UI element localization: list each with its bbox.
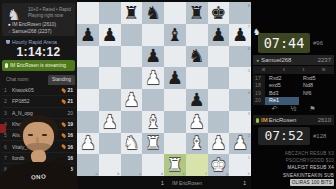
square-h3[interactable]: 3 — [229, 111, 251, 133]
game-status-label: Playing right now — [28, 13, 71, 19]
white-move[interactable]: Re1 — [265, 97, 299, 104]
player-title: IM — [261, 117, 268, 123]
move-number: 20 — [253, 97, 265, 104]
coordinate-label: 2 — [248, 133, 250, 138]
black-king-g8[interactable]: ♚ — [208, 2, 230, 24]
player-tournament-rank: #128 — [313, 133, 326, 139]
sidebar-tabs: Chat room Standing — [2, 75, 75, 85]
square-d2[interactable]: ♜ — [142, 133, 164, 155]
next-move-button[interactable]: › — [302, 66, 304, 74]
square-e1[interactable]: ♜e — [164, 154, 186, 176]
webcam-streamer: ONO — [0, 110, 78, 189]
game-info-box: ♞ 10+0 • Rated • Rapid Playing right now… — [2, 3, 75, 36]
white-pawn-g2[interactable]: ♟ — [208, 133, 230, 155]
footer-score-right: 1 — [243, 180, 246, 186]
player-row[interactable]: IMEricRosen 2610 — [253, 115, 334, 125]
square-g5[interactable] — [208, 67, 230, 89]
square-a1[interactable]: a — [77, 154, 99, 176]
draw-offer-icon[interactable]: ½ — [290, 105, 296, 113]
move-navigation: « ‹ › » — [253, 66, 334, 74]
square-d1[interactable]: d — [142, 154, 164, 176]
square-g4[interactable] — [208, 89, 230, 111]
square-a2[interactable]: ♟ — [77, 133, 99, 155]
white-pawn-a2[interactable]: ♟ — [77, 133, 99, 155]
square-h6[interactable]: 6 — [229, 46, 251, 68]
square-b7[interactable]: ♟ — [99, 24, 121, 46]
square-c7[interactable] — [121, 24, 143, 46]
square-a4[interactable] — [77, 89, 99, 111]
ticker-line: SNEAKINTEAKIN SUB — [252, 172, 334, 179]
sub-ticker: ABCZACH RESUB X3PSOCHRYGODD $10MALFIST R… — [252, 150, 334, 186]
trophy-icon — [6, 40, 10, 44]
square-c2[interactable]: ♞ — [121, 133, 143, 155]
black-move[interactable] — [299, 97, 333, 104]
streaming-banner[interactable]: IM EricRosen is streaming — [2, 60, 75, 71]
square-c5[interactable] — [121, 67, 143, 89]
coordinate-label: 1 — [248, 155, 250, 160]
first-move-button[interactable]: « — [262, 66, 266, 74]
square-f7[interactable] — [186, 24, 208, 46]
shirt-text: ONO — [31, 173, 47, 180]
coordinate-label: b — [117, 171, 119, 176]
black-pawn-d6[interactable]: ♟ — [142, 46, 164, 68]
white-bishop-d3[interactable]: ♝ — [142, 111, 164, 133]
white-pawn-f3[interactable]: ♟ — [186, 111, 208, 133]
square-a7[interactable]: ♟ — [77, 24, 99, 46]
game-actions: ↶ ½ ⚑ — [253, 105, 334, 113]
ticker-line: ABCZACH RESUB X3 — [252, 150, 334, 157]
square-c1[interactable]: c — [121, 154, 143, 176]
square-a6[interactable] — [77, 46, 99, 68]
standings-row[interactable]: 2FP085221 — [2, 96, 75, 107]
square-h2[interactable]: ♟2 — [229, 133, 251, 155]
white-rook-d2[interactable]: ♜ — [142, 133, 164, 155]
square-f6[interactable]: ♞ — [186, 46, 208, 68]
microphone-icon — [5, 63, 8, 68]
tournament-link[interactable]: Hourly Rapid Arena — [6, 39, 57, 45]
coordinate-label: f — [205, 171, 206, 176]
black-move[interactable]: Rxd5 — [299, 75, 333, 82]
square-e6[interactable] — [164, 46, 186, 68]
opponent-clock: 07:44 — [258, 33, 310, 53]
standings-row[interactable]: 1Kiwook0521 — [2, 85, 75, 96]
coordinate-label: c — [139, 171, 141, 176]
knight-icon: ♞ — [7, 7, 20, 23]
square-h4[interactable]: 4 — [229, 89, 251, 111]
tab-standing[interactable]: Standing — [48, 75, 75, 85]
coordinate-label: e — [183, 171, 185, 176]
square-c4[interactable]: ♟ — [121, 89, 143, 111]
square-g3[interactable] — [208, 111, 230, 133]
coordinate-label: 4 — [248, 90, 250, 95]
standings-player-name[interactable]: FP0852 — [12, 98, 62, 104]
square-b3[interactable]: ♟ — [99, 111, 121, 133]
footer-player-name: IM EricRosen — [172, 180, 202, 186]
takeback-icon[interactable]: ↶ — [272, 105, 278, 113]
coordinate-label: a — [96, 171, 98, 176]
resign-flag-icon[interactable]: ⚑ — [309, 105, 315, 113]
chess-board[interactable]: ♜♞♜♚8♟♟♝♟♟7♟♞6♟♟5♟♟4♟♝♟3♟♞♜♝♟♟2abcd♜ef♚g… — [77, 2, 251, 176]
game-panel: ♞ 07:44 #96 ●Samuel268 2237 « ‹ › » 17Rx… — [251, 0, 336, 189]
black-rook-c8[interactable]: ♜ — [121, 2, 143, 24]
square-e5[interactable]: ♟ — [164, 67, 186, 89]
black-pawn-g7[interactable]: ♟ — [208, 24, 230, 46]
white-move[interactable]: exd5 — [265, 82, 299, 89]
move-number: 18 — [253, 82, 265, 89]
black-move[interactable]: Nd8 — [299, 82, 333, 89]
square-f5[interactable] — [186, 67, 208, 89]
standings-rank: 2 — [2, 98, 12, 104]
square-e8[interactable] — [164, 2, 186, 24]
white-move[interactable]: Bd3 — [265, 90, 299, 97]
square-b6[interactable] — [99, 46, 121, 68]
square-c8[interactable]: ♜ — [121, 2, 143, 24]
square-f2[interactable]: ♝ — [186, 133, 208, 155]
coordinate-label: 7 — [248, 24, 250, 29]
opponent-tournament-rank: #96 — [313, 40, 323, 46]
square-b8[interactable] — [99, 2, 121, 24]
stream-screenshot: ♞ 10+0 • Rated • Rapid Playing right now… — [0, 0, 336, 189]
coordinate-label: 6 — [248, 46, 250, 51]
square-c3[interactable] — [121, 111, 143, 133]
white-move[interactable]: Rxd2 — [265, 75, 299, 82]
square-d8[interactable]: ♞ — [142, 2, 164, 24]
game-meta: 10+0 • Rated • Rapid Playing right now — [28, 7, 71, 20]
standings-rank: 1 — [2, 87, 12, 93]
square-a3[interactable] — [77, 111, 99, 133]
square-g1[interactable]: ♚g — [208, 154, 230, 176]
black-rook-f8[interactable]: ♜ — [186, 2, 208, 24]
square-f3[interactable]: ♟ — [186, 111, 208, 133]
move-row: 18exd5Nd8 — [253, 82, 334, 89]
white-pawn-b3[interactable]: ♟ — [99, 111, 121, 133]
ticker-line: MALFIST RESUB X4 — [252, 164, 334, 171]
square-a5[interactable] — [77, 67, 99, 89]
move-row: 20Re1 — [253, 97, 334, 104]
square-e3[interactable] — [164, 111, 186, 133]
white-knight-c2[interactable]: ♞ — [121, 133, 143, 155]
square-d5[interactable]: ♟ — [142, 67, 164, 89]
square-g6[interactable] — [208, 46, 230, 68]
coordinate-label: 5 — [248, 68, 250, 73]
square-b4[interactable] — [99, 89, 121, 111]
square-c6[interactable] — [121, 46, 143, 68]
standings-player-name[interactable]: Kiwook05 — [12, 87, 62, 93]
player-clock: 07:52 — [258, 127, 310, 145]
online-dot-icon: ● — [256, 57, 259, 63]
streamer-mic-icon — [256, 118, 259, 123]
black-pawn-b7[interactable]: ♟ — [99, 24, 121, 46]
square-e4[interactable] — [164, 89, 186, 111]
tab-chat-room[interactable]: Chat room — [2, 75, 32, 85]
opponent-player-row[interactable]: ●Samuel268 2237 — [253, 55, 334, 65]
square-g2[interactable]: ♟ — [208, 133, 230, 155]
coordinate-label: 8 — [248, 3, 250, 8]
person-eye — [28, 134, 33, 136]
square-g8[interactable]: ♚ — [208, 2, 230, 24]
coordinate-label: g — [226, 171, 228, 176]
white-pawn-c4[interactable]: ♟ — [121, 89, 143, 111]
tournament-clock: 1:14:12 — [0, 45, 77, 59]
last-move-button[interactable]: » — [322, 66, 326, 74]
square-d4[interactable] — [142, 89, 164, 111]
black-pawn-f4[interactable]: ♟ — [186, 89, 208, 111]
coordinate-label: d — [161, 171, 163, 176]
move-list: 17Rxd2Rxd518exd5Nd819Bd3Nf620Re1 — [253, 75, 334, 105]
white-bishop-f2[interactable]: ♝ — [186, 133, 208, 155]
square-h5[interactable]: 5 — [229, 67, 251, 89]
square-f8[interactable]: ♜ — [186, 2, 208, 24]
white-player-line[interactable]: ● IM EricRosen (2610) — [8, 22, 56, 27]
standings-score: 21 — [67, 87, 75, 93]
opponent-rating: 2237 — [318, 55, 331, 65]
move-row: 17Rxd2Rxd5 — [253, 75, 334, 82]
move-number: 17 — [253, 75, 265, 82]
player-rating: 2610 — [318, 115, 331, 125]
square-g7[interactable]: ♟ — [208, 24, 230, 46]
footer-score-left: 1 — [161, 180, 164, 186]
black-knight-d8[interactable]: ♞ — [142, 2, 164, 24]
square-b2[interactable] — [99, 133, 121, 155]
square-f4[interactable]: ♟ — [186, 89, 208, 111]
move-row: 19Bd3Nf6 — [253, 90, 334, 97]
coordinate-label: 3 — [248, 111, 250, 116]
black-color-icon: ○ — [8, 29, 11, 34]
black-pawn-e5[interactable]: ♟ — [164, 67, 186, 89]
black-bishop-e7[interactable]: ♝ — [164, 24, 186, 46]
white-color-icon: ● — [8, 22, 11, 27]
square-b5[interactable] — [99, 67, 121, 89]
square-d7[interactable] — [142, 24, 164, 46]
ticker-line: PSOCHRYGODD $10 — [252, 157, 334, 164]
square-h7[interactable]: ♟7 — [229, 24, 251, 46]
board-footer-bar: 1 IM EricRosen 1 — [77, 176, 251, 189]
square-h1[interactable]: 1h — [229, 154, 251, 176]
black-player-line[interactable]: ○ Samuel268 (2237) — [8, 29, 52, 34]
previous-move-button[interactable]: ‹ — [283, 66, 285, 74]
black-move[interactable]: Nf6 — [299, 90, 333, 97]
square-d3[interactable]: ♝ — [142, 111, 164, 133]
black-pawn-a7[interactable]: ♟ — [77, 24, 99, 46]
square-h8[interactable]: 8 — [229, 2, 251, 24]
person-eye — [42, 134, 47, 136]
coordinate-label: h — [248, 171, 250, 176]
black-knight-f6[interactable]: ♞ — [186, 46, 208, 68]
square-a8[interactable] — [77, 2, 99, 24]
move-number: 19 — [253, 90, 265, 97]
ticker-line: OLIRAS 100 BITS — [252, 179, 334, 186]
white-pawn-d5[interactable]: ♟ — [142, 67, 164, 89]
square-f1[interactable]: f — [186, 154, 208, 176]
square-e7[interactable]: ♝ — [164, 24, 186, 46]
standings-score: 21 — [67, 98, 75, 104]
square-e2[interactable] — [164, 133, 186, 155]
square-d6[interactable]: ♟ — [142, 46, 164, 68]
square-b1[interactable]: b — [99, 154, 121, 176]
